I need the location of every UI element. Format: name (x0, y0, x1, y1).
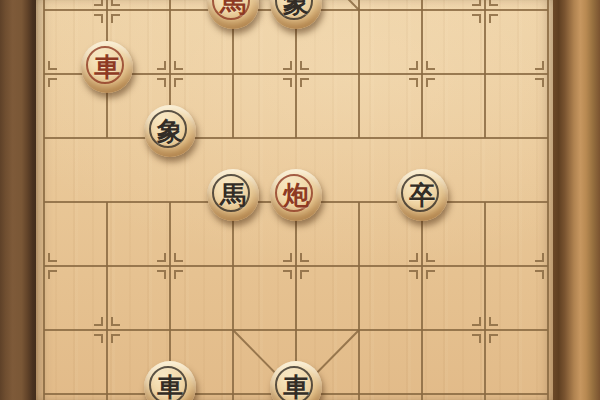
piece-black-elephant[interactable]: 象 (144, 105, 196, 157)
piece-glyph: 馬 (220, 0, 246, 16)
piece-glyph: 車 (283, 374, 309, 400)
piece-glyph: 炮 (283, 182, 309, 208)
piece-black-horse[interactable]: 馬 (207, 169, 259, 221)
piece-red-chariot[interactable]: 車 (81, 41, 133, 93)
piece-glyph: 車 (157, 374, 183, 400)
piece-red-cannon[interactable]: 炮 (270, 169, 322, 221)
piece-glyph: 卒 (409, 182, 435, 208)
xiangqi-board-viewport: 馬象車象馬炮卒車車 (0, 0, 600, 400)
piece-glyph: 象 (283, 0, 309, 16)
piece-black-soldier[interactable]: 卒 (396, 169, 448, 221)
piece-glyph: 車 (94, 54, 120, 80)
piece-glyph: 馬 (220, 182, 246, 208)
piece-glyph: 象 (157, 118, 183, 144)
